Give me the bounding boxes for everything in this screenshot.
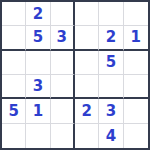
cell-r6c1[interactable] <box>2 124 26 148</box>
cell-r5c2[interactable]: 1 <box>26 99 50 123</box>
cell-r2c4[interactable] <box>75 26 99 50</box>
cell-r3c3[interactable] <box>51 51 75 75</box>
cell-r2c3[interactable]: 3 <box>51 26 75 50</box>
cell-r1c4[interactable] <box>75 2 99 26</box>
cell-r2c5[interactable]: 2 <box>99 26 123 50</box>
cell-r2c6[interactable]: 1 <box>124 26 148 50</box>
cell-r1c5[interactable] <box>99 2 123 26</box>
cell-r4c4[interactable] <box>75 75 99 99</box>
cell-r5c4[interactable]: 2 <box>75 99 99 123</box>
cell-r4c5[interactable] <box>99 75 123 99</box>
cell-r6c6[interactable] <box>124 124 148 148</box>
cell-r5c3[interactable] <box>51 99 75 123</box>
cell-r1c2[interactable]: 2 <box>26 2 50 26</box>
cell-r3c1[interactable] <box>2 51 26 75</box>
cell-r2c1[interactable] <box>2 26 26 50</box>
cell-r3c5[interactable]: 5 <box>99 51 123 75</box>
cell-r6c4[interactable] <box>75 124 99 148</box>
cell-r1c3[interactable] <box>51 2 75 26</box>
cell-r3c6[interactable] <box>124 51 148 75</box>
cell-r2c2[interactable]: 5 <box>26 26 50 50</box>
sudoku-board: 253215351234 <box>0 0 150 150</box>
cell-r5c6[interactable] <box>124 99 148 123</box>
cell-r1c1[interactable] <box>2 2 26 26</box>
cell-r4c1[interactable] <box>2 75 26 99</box>
cell-r6c3[interactable] <box>51 124 75 148</box>
cell-r5c1[interactable]: 5 <box>2 99 26 123</box>
cell-r5c5[interactable]: 3 <box>99 99 123 123</box>
cell-r3c4[interactable] <box>75 51 99 75</box>
cell-r4c3[interactable] <box>51 75 75 99</box>
cell-r4c6[interactable] <box>124 75 148 99</box>
cell-r6c5[interactable]: 4 <box>99 124 123 148</box>
cell-r3c2[interactable] <box>26 51 50 75</box>
cell-r1c6[interactable] <box>124 2 148 26</box>
cell-r6c2[interactable] <box>26 124 50 148</box>
cell-r4c2[interactable]: 3 <box>26 75 50 99</box>
